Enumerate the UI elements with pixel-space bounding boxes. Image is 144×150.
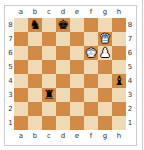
- square-f6[interactable]: ♚: [84, 46, 98, 60]
- square-c2[interactable]: [42, 102, 56, 116]
- file-label-bottom-e: e: [70, 130, 84, 143]
- square-e7[interactable]: [70, 32, 84, 46]
- file-label-top-d: d: [56, 7, 70, 18]
- square-g5[interactable]: [98, 60, 112, 74]
- file-label-top-e: e: [70, 7, 84, 18]
- square-g6[interactable]: ♟: [98, 46, 112, 60]
- square-g8[interactable]: [98, 18, 112, 32]
- square-b7[interactable]: [28, 32, 42, 46]
- square-f8[interactable]: [84, 18, 98, 32]
- square-h2[interactable]: [112, 102, 126, 116]
- file-label-top-b: b: [28, 7, 42, 18]
- square-a3[interactable]: [14, 88, 28, 102]
- square-b6[interactable]: [28, 46, 42, 60]
- square-h7[interactable]: [112, 32, 126, 46]
- square-d6[interactable]: [56, 46, 70, 60]
- square-g4[interactable]: [98, 74, 112, 88]
- square-c5[interactable]: [42, 60, 56, 74]
- square-d2[interactable]: [56, 102, 70, 116]
- square-b5[interactable]: [28, 60, 42, 74]
- rank-label-right-8: 8: [126, 18, 134, 32]
- square-h3[interactable]: [112, 88, 126, 102]
- square-c6[interactable]: [42, 46, 56, 60]
- rank-label-left-7: 7: [7, 32, 14, 46]
- square-h6[interactable]: [112, 46, 126, 60]
- piece-white-queen: ♛: [99, 32, 111, 46]
- square-b1[interactable]: [28, 116, 42, 130]
- file-label-top-f: f: [84, 7, 98, 18]
- square-d3[interactable]: [56, 88, 70, 102]
- square-b2[interactable]: [28, 102, 42, 116]
- square-g3[interactable]: [98, 88, 112, 102]
- rank-label-right-5: 5: [126, 60, 134, 74]
- square-e3[interactable]: [70, 88, 84, 102]
- file-label-bottom-h: h: [112, 130, 126, 143]
- file-label-bottom-d: d: [56, 130, 70, 143]
- square-d4[interactable]: [56, 74, 70, 88]
- rank-label-left-5: 5: [7, 60, 14, 74]
- square-f5[interactable]: [84, 60, 98, 74]
- square-d1[interactable]: [56, 116, 70, 130]
- square-a7[interactable]: [14, 32, 28, 46]
- square-a6[interactable]: [14, 46, 28, 60]
- square-c8[interactable]: [42, 18, 56, 32]
- square-a4[interactable]: [14, 74, 28, 88]
- rank-label-left-8: 8: [7, 18, 14, 32]
- piece-black-knight: ♞: [29, 18, 41, 32]
- rank-label-left-2: 2: [7, 102, 14, 116]
- square-h5[interactable]: [112, 60, 126, 74]
- square-g2[interactable]: [98, 102, 112, 116]
- square-e5[interactable]: [70, 60, 84, 74]
- file-label-bottom-c: c: [42, 130, 56, 143]
- square-a2[interactable]: [14, 102, 28, 116]
- rank-label-right-6: 6: [126, 46, 134, 60]
- square-c7[interactable]: [42, 32, 56, 46]
- square-a5[interactable]: [14, 60, 28, 74]
- square-e8[interactable]: [70, 18, 84, 32]
- square-h8[interactable]: [112, 18, 126, 32]
- file-label-bottom-b: b: [28, 130, 42, 143]
- rank-label-left-1: 1: [7, 116, 14, 130]
- file-label-top-a: a: [14, 7, 28, 18]
- piece-white-pawn: ♟: [99, 46, 111, 60]
- rank-label-right-1: 1: [126, 116, 134, 130]
- square-f1[interactable]: [84, 116, 98, 130]
- rank-label-right-2: 2: [126, 102, 134, 116]
- piece-black-rook: ♜: [43, 88, 55, 102]
- square-e2[interactable]: [70, 102, 84, 116]
- piece-black-bishop: ♝: [113, 74, 125, 88]
- square-b3[interactable]: [28, 88, 42, 102]
- square-h4[interactable]: ♝: [112, 74, 126, 88]
- square-c4[interactable]: [42, 74, 56, 88]
- file-label-bottom-f: f: [84, 130, 98, 143]
- square-g7[interactable]: ♛: [98, 32, 112, 46]
- file-label-bottom-g: g: [98, 130, 112, 143]
- chess-board-frame: aabbccddeeffgghh8877665544332211♞♚♛♚♟♝♜: [4, 5, 137, 146]
- square-e1[interactable]: [70, 116, 84, 130]
- square-b8[interactable]: ♞: [28, 18, 42, 32]
- file-label-bottom-a: a: [14, 130, 28, 143]
- rank-label-left-6: 6: [7, 46, 14, 60]
- square-f4[interactable]: [84, 74, 98, 88]
- file-label-top-g: g: [98, 7, 112, 18]
- rank-label-right-3: 3: [126, 88, 134, 102]
- square-e6[interactable]: [70, 46, 84, 60]
- square-h1[interactable]: [112, 116, 126, 130]
- chess-board: aabbccddeeffgghh8877665544332211♞♚♛♚♟♝♜: [7, 7, 134, 143]
- square-d8[interactable]: ♚: [56, 18, 70, 32]
- rank-label-left-3: 3: [7, 88, 14, 102]
- square-a8[interactable]: [14, 18, 28, 32]
- square-d7[interactable]: [56, 32, 70, 46]
- piece-black-king: ♚: [57, 18, 69, 32]
- square-g1[interactable]: [98, 116, 112, 130]
- file-label-top-c: c: [42, 7, 56, 18]
- square-f2[interactable]: [84, 102, 98, 116]
- file-label-top-h: h: [112, 7, 126, 18]
- square-f3[interactable]: [84, 88, 98, 102]
- piece-white-king: ♚: [85, 46, 97, 60]
- square-a1[interactable]: [14, 116, 28, 130]
- rank-label-left-4: 4: [7, 74, 14, 88]
- rank-label-right-4: 4: [126, 74, 134, 88]
- square-b4[interactable]: [28, 74, 42, 88]
- square-c3[interactable]: ♜: [42, 88, 56, 102]
- square-c1[interactable]: [42, 116, 56, 130]
- square-f7[interactable]: [84, 32, 98, 46]
- square-e4[interactable]: [70, 74, 84, 88]
- rank-label-right-7: 7: [126, 32, 134, 46]
- square-d5[interactable]: [56, 60, 70, 74]
- page-right-divider: [142, 0, 143, 150]
